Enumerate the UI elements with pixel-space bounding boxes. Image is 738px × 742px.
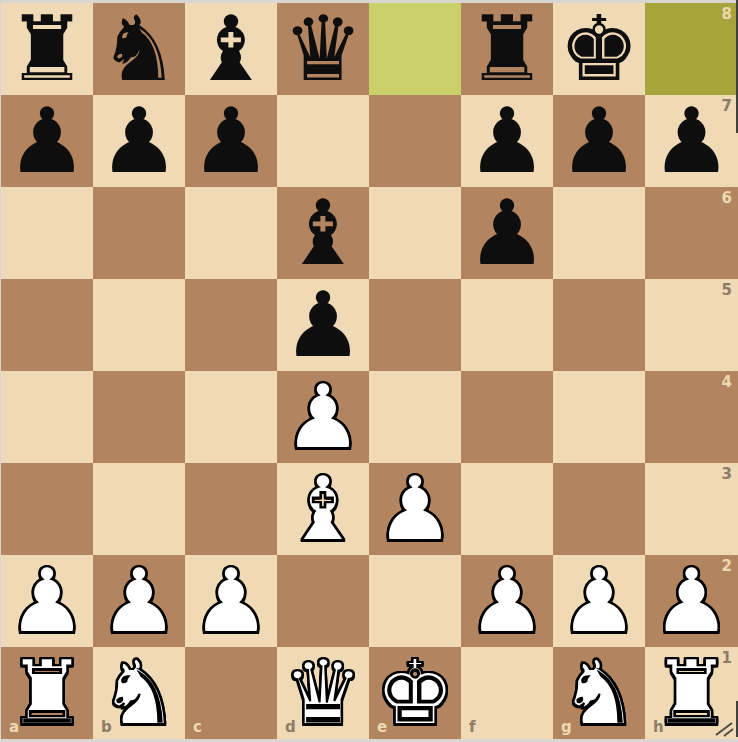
square-d7[interactable] [277, 95, 369, 187]
piece-black-rook[interactable]: ♜ [7, 3, 88, 95]
square-g5[interactable] [553, 279, 645, 371]
square-d1[interactable]: ♛d [277, 647, 369, 739]
square-e6[interactable] [369, 187, 461, 279]
piece-white-pawn[interactable]: ♟ [191, 555, 272, 647]
piece-black-knight[interactable]: ♞ [99, 3, 180, 95]
file-label-c: c [193, 718, 202, 736]
square-f6[interactable]: ♟ [461, 187, 553, 279]
square-a4[interactable] [1, 371, 93, 463]
square-e2[interactable] [369, 555, 461, 647]
square-h3[interactable]: 3 [645, 463, 738, 555]
square-h8[interactable]: 8 [645, 3, 738, 95]
square-g6[interactable] [553, 187, 645, 279]
rank-label-7: 7 [722, 97, 732, 115]
rank-label-4: 4 [722, 373, 732, 391]
piece-white-bishop[interactable]: ♝ [283, 463, 364, 555]
rank-label-6: 6 [722, 189, 732, 207]
file-label-b: b [101, 718, 112, 736]
square-d2[interactable] [277, 555, 369, 647]
square-c2[interactable]: ♟ [185, 555, 277, 647]
file-label-h: h [653, 718, 664, 736]
piece-white-pawn[interactable]: ♟ [99, 555, 180, 647]
piece-black-rook[interactable]: ♜ [467, 3, 548, 95]
square-h2[interactable]: ♟2 [645, 555, 738, 647]
square-b5[interactable] [93, 279, 185, 371]
square-f8[interactable]: ♜ [461, 3, 553, 95]
piece-black-queen[interactable]: ♛ [283, 3, 364, 95]
square-d8[interactable]: ♛ [277, 3, 369, 95]
square-a7[interactable]: ♟ [1, 95, 93, 187]
piece-black-pawn[interactable]: ♟ [191, 95, 272, 187]
square-h7[interactable]: ♟7 [645, 95, 738, 187]
square-g8[interactable]: ♚ [553, 3, 645, 95]
square-a8[interactable]: ♜ [1, 3, 93, 95]
square-g2[interactable]: ♟ [553, 555, 645, 647]
piece-white-pawn[interactable]: ♟ [467, 555, 548, 647]
piece-black-pawn[interactable]: ♟ [559, 95, 640, 187]
square-d3[interactable]: ♝ [277, 463, 369, 555]
file-label-e: e [377, 718, 387, 736]
square-g7[interactable]: ♟ [553, 95, 645, 187]
piece-black-pawn[interactable]: ♟ [283, 279, 364, 371]
piece-white-pawn[interactable]: ♟ [7, 555, 88, 647]
rank-label-1: 1 [722, 649, 732, 667]
square-e1[interactable]: ♚e [369, 647, 461, 739]
rank-label-8: 8 [722, 5, 732, 23]
file-label-a: a [9, 718, 19, 736]
square-e4[interactable] [369, 371, 461, 463]
square-b7[interactable]: ♟ [93, 95, 185, 187]
square-b2[interactable]: ♟ [93, 555, 185, 647]
square-a3[interactable] [1, 463, 93, 555]
piece-black-bishop[interactable]: ♝ [191, 3, 272, 95]
square-b8[interactable]: ♞ [93, 3, 185, 95]
square-c6[interactable] [185, 187, 277, 279]
square-b1[interactable]: ♞b [93, 647, 185, 739]
piece-black-pawn[interactable]: ♟ [651, 95, 732, 187]
chess-board[interactable]: ♜♞♝♛♜♚8♟♟♟♟♟♟7♝♟6♟5♟4♝♟3♟♟♟♟♟♟2♜a♞bc♛d♚e… [1, 3, 738, 739]
file-label-d: d [285, 718, 296, 736]
square-c5[interactable] [185, 279, 277, 371]
square-e7[interactable] [369, 95, 461, 187]
rank-label-3: 3 [722, 465, 732, 483]
piece-black-pawn[interactable]: ♟ [467, 95, 548, 187]
square-a6[interactable] [1, 187, 93, 279]
square-f3[interactable] [461, 463, 553, 555]
piece-white-pawn[interactable]: ♟ [559, 555, 640, 647]
piece-black-king[interactable]: ♚ [559, 3, 640, 95]
square-f4[interactable] [461, 371, 553, 463]
square-h6[interactable]: 6 [645, 187, 738, 279]
piece-white-pawn[interactable]: ♟ [651, 555, 732, 647]
piece-black-pawn[interactable]: ♟ [467, 187, 548, 279]
square-c1[interactable]: c [185, 647, 277, 739]
square-b3[interactable] [93, 463, 185, 555]
file-label-g: g [561, 718, 572, 736]
piece-black-pawn[interactable]: ♟ [99, 95, 180, 187]
square-b4[interactable] [93, 371, 185, 463]
rank-label-2: 2 [722, 557, 732, 575]
square-g1[interactable]: ♞g [553, 647, 645, 739]
square-a2[interactable]: ♟ [1, 555, 93, 647]
square-e5[interactable] [369, 279, 461, 371]
square-c3[interactable] [185, 463, 277, 555]
square-b6[interactable] [93, 187, 185, 279]
square-f2[interactable]: ♟ [461, 555, 553, 647]
square-g4[interactable] [553, 371, 645, 463]
rank-label-5: 5 [722, 281, 732, 299]
piece-white-pawn[interactable]: ♟ [283, 371, 364, 463]
square-d4[interactable]: ♟ [277, 371, 369, 463]
square-h5[interactable]: 5 [645, 279, 738, 371]
page: ♜♞♝♛♜♚8♟♟♟♟♟♟7♝♟6♟5♟4♝♟3♟♟♟♟♟♟2♜a♞bc♛d♚e… [0, 0, 738, 742]
square-a5[interactable] [1, 279, 93, 371]
square-d6[interactable]: ♝ [277, 187, 369, 279]
square-c8[interactable]: ♝ [185, 3, 277, 95]
piece-black-pawn[interactable]: ♟ [7, 95, 88, 187]
resize-grip-icon[interactable] [712, 719, 736, 737]
square-a1[interactable]: ♜a [1, 647, 93, 739]
file-label-f: f [469, 718, 476, 736]
piece-white-pawn[interactable]: ♟ [375, 463, 456, 555]
square-e3[interactable]: ♟ [369, 463, 461, 555]
square-f7[interactable]: ♟ [461, 95, 553, 187]
square-h4[interactable]: 4 [645, 371, 738, 463]
square-e8[interactable] [369, 3, 461, 95]
square-g3[interactable] [553, 463, 645, 555]
square-f5[interactable] [461, 279, 553, 371]
square-f1[interactable]: f [461, 647, 553, 739]
piece-black-bishop[interactable]: ♝ [283, 187, 364, 279]
square-d5[interactable]: ♟ [277, 279, 369, 371]
square-c7[interactable]: ♟ [185, 95, 277, 187]
square-c4[interactable] [185, 371, 277, 463]
